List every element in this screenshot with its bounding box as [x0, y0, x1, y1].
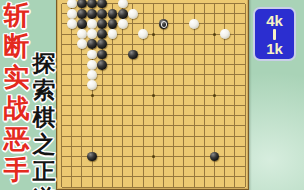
banner-char: 索 [33, 77, 56, 104]
white-stone [220, 29, 230, 39]
grid-line [62, 166, 246, 167]
last-move-marker [161, 21, 168, 28]
black-stone [77, 19, 87, 29]
black-stone [97, 19, 107, 29]
banner-char: 斩 [4, 0, 30, 31]
black-stone [97, 9, 107, 19]
banner-char: 恶 [4, 124, 30, 155]
black-stone [108, 9, 118, 19]
star-point [213, 33, 216, 36]
black-stone [87, 39, 97, 49]
banner-char: 断 [4, 31, 30, 62]
star-point [152, 33, 155, 36]
white-stone [108, 29, 118, 39]
star-point [152, 94, 155, 97]
white-stone [189, 19, 199, 29]
black-stone [97, 39, 107, 49]
grid-line [62, 115, 246, 116]
banner-char: 之 [33, 131, 56, 158]
grid-line [183, 4, 184, 188]
black-stone [87, 152, 97, 162]
grid-line [62, 176, 246, 177]
star-point [213, 94, 216, 97]
white-stone [67, 0, 77, 8]
grid-line [163, 4, 164, 188]
white-stone [128, 9, 138, 19]
black-stone [97, 60, 107, 70]
grid-line [62, 136, 246, 137]
banner-char: 实 [4, 62, 30, 93]
white-stone [118, 19, 128, 29]
star-point [152, 155, 155, 158]
rank-badge: 4k 1k [253, 7, 296, 61]
white-stone [67, 9, 77, 19]
banner-char: 手 [4, 155, 30, 186]
white-stone [87, 29, 97, 39]
banner-char: 战 [4, 93, 30, 124]
thumbnail-stage: 斩断实战恶手 探索棋之正道 4k 1k [0, 0, 304, 190]
white-stone [77, 39, 87, 49]
banner-char: 探 [33, 50, 56, 77]
white-stone [77, 29, 87, 39]
black-stone [77, 9, 87, 19]
black-banner-text: 探索棋之正道 [31, 50, 57, 190]
grid-line [194, 4, 195, 188]
white-stone [87, 70, 97, 80]
black-stone [97, 50, 107, 60]
banner-char: 正 [33, 158, 56, 185]
black-stone [87, 9, 97, 19]
white-stone [87, 19, 97, 29]
marked-black-stone [159, 19, 169, 29]
grid-line [62, 187, 246, 188]
black-stone [108, 19, 118, 29]
white-stone [87, 50, 97, 60]
grid-line [234, 4, 235, 188]
white-stone [118, 0, 128, 8]
rank-bottom-label: 1k [266, 41, 283, 56]
black-stone [97, 29, 107, 39]
white-stone [138, 29, 148, 39]
black-stone [87, 0, 97, 8]
white-stone [87, 80, 97, 90]
rank-separator [273, 29, 276, 40]
white-stone [67, 19, 77, 29]
grid-line [173, 4, 174, 188]
grid-line [204, 4, 205, 188]
black-stone [210, 152, 220, 162]
grid-line [62, 146, 246, 147]
black-stone [97, 0, 107, 8]
banner-char: 棋 [33, 104, 56, 131]
grid-line [62, 125, 246, 126]
black-stone [118, 9, 128, 19]
banner-char: 道 [33, 185, 56, 190]
rank-top-label: 4k [266, 13, 283, 28]
grid-line [62, 105, 246, 106]
white-stone [87, 60, 97, 70]
star-point [91, 94, 94, 97]
black-stone [128, 50, 138, 60]
grid-line [245, 4, 246, 188]
go-board[interactable] [56, 0, 249, 190]
black-stone [77, 0, 87, 8]
red-banner-text: 斩断实战恶手 [1, 0, 32, 186]
